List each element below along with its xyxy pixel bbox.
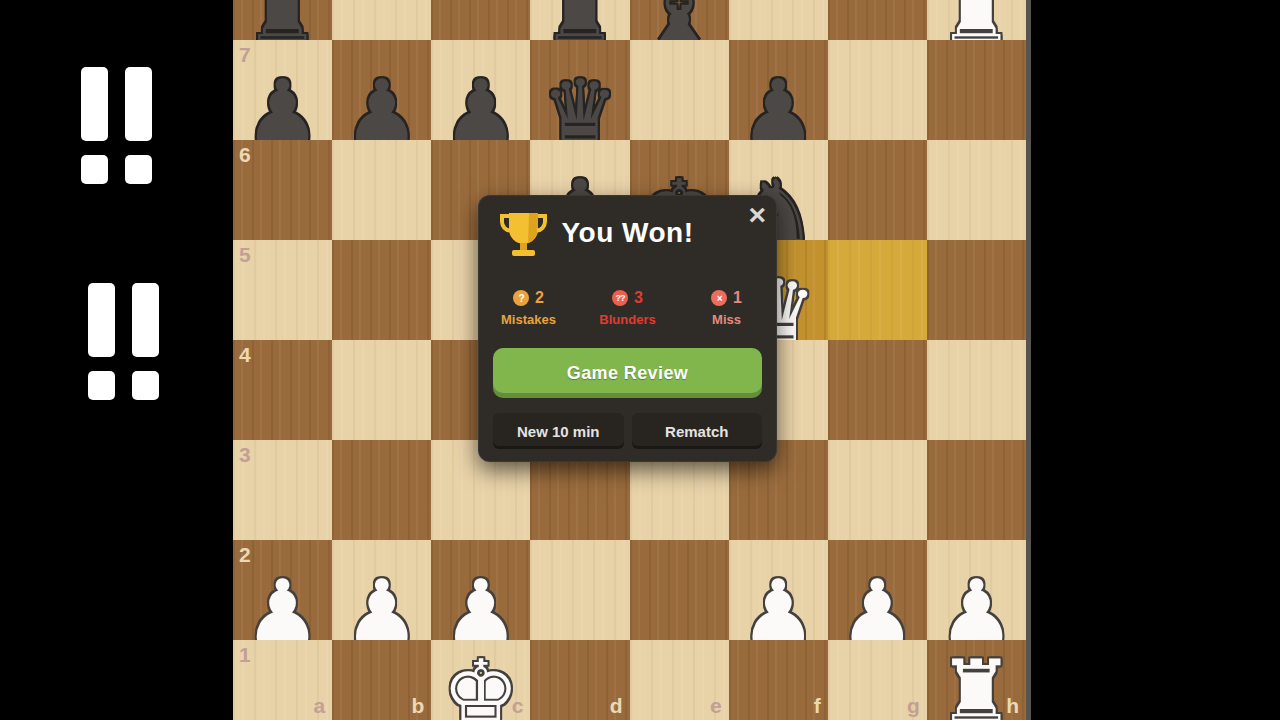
square-a7[interactable]: ♟7	[233, 40, 332, 140]
rank-label-7: 7	[239, 44, 251, 65]
square-e1[interactable]: e	[630, 640, 729, 720]
square-b2[interactable]: ♟	[332, 540, 431, 640]
square-f7[interactable]: ♟	[729, 40, 828, 140]
square-b1[interactable]: b	[332, 640, 431, 720]
rank-label-1: 1	[239, 644, 251, 665]
square-f2[interactable]: ♟	[729, 540, 828, 640]
rank-label-2: 2	[239, 544, 251, 565]
rank-label-5: 5	[239, 244, 251, 265]
rank-label-3: 3	[239, 444, 251, 465]
square-h5[interactable]	[927, 240, 1026, 340]
square-h4[interactable]	[927, 340, 1026, 440]
brilliant-move-icon	[33, 42, 199, 208]
square-g1[interactable]: g	[828, 640, 927, 720]
blunder-icon: ??	[612, 290, 628, 306]
square-a5[interactable]: 5	[233, 240, 332, 340]
double-exclamation-icon	[88, 283, 159, 400]
brilliant-move-icon	[36, 254, 210, 428]
game-over-dialog: You Won! × ? 2 Mistakes ?? 3 Blunders ×	[478, 195, 777, 462]
stat-blunders: ?? 3 Blunders	[578, 289, 677, 327]
square-c7[interactable]: ♟	[431, 40, 530, 140]
close-icon[interactable]: ×	[748, 198, 766, 231]
square-f1[interactable]: f	[729, 640, 828, 720]
square-b3[interactable]	[332, 440, 431, 540]
square-e8[interactable]: ♝	[630, 0, 729, 40]
rank-label-6: 6	[239, 144, 251, 165]
square-g3[interactable]	[828, 440, 927, 540]
square-a8[interactable]: ♜	[233, 0, 332, 40]
mistakes-count: 2	[535, 289, 544, 307]
square-a2[interactable]: ♟2	[233, 540, 332, 640]
blunders-label: Blunders	[599, 312, 655, 327]
square-b4[interactable]	[332, 340, 431, 440]
mistake-icon: ?	[513, 290, 529, 306]
file-label-h: h	[1006, 695, 1019, 716]
square-h1[interactable]: ♜h	[927, 640, 1026, 720]
square-h6[interactable]	[927, 140, 1026, 240]
piece-white-king-c1[interactable]: ♚	[442, 648, 519, 720]
square-h7[interactable]	[927, 40, 1026, 140]
square-f8[interactable]	[729, 0, 828, 40]
square-g2[interactable]: ♟	[828, 540, 927, 640]
square-h2[interactable]: ♟	[927, 540, 1026, 640]
double-exclamation-icon	[81, 67, 152, 184]
blunders-count: 3	[634, 289, 643, 307]
square-g5[interactable]	[828, 240, 927, 340]
square-b8[interactable]	[332, 0, 431, 40]
miss-count: 1	[733, 289, 742, 307]
file-label-a: a	[313, 695, 325, 716]
miss-icon: ×	[711, 290, 727, 306]
miss-label: Miss	[712, 312, 741, 327]
square-a6[interactable]: 6	[233, 140, 332, 240]
game-review-button[interactable]: Game Review	[493, 348, 762, 398]
square-e7[interactable]	[630, 40, 729, 140]
mistakes-label: Mistakes	[501, 312, 556, 327]
rank-label-4: 4	[239, 344, 251, 365]
page: ♜♜♝♜♟7♟♟♛♟6♟♚♞5♛43♟2♟♟♟♟♟1ab♚cdefg♜h You…	[0, 0, 1280, 720]
square-h8[interactable]: ♜	[927, 0, 1026, 40]
square-c8[interactable]	[431, 0, 530, 40]
square-a1[interactable]: 1a	[233, 640, 332, 720]
square-g7[interactable]	[828, 40, 927, 140]
square-d2[interactable]	[530, 540, 629, 640]
square-b5[interactable]	[332, 240, 431, 340]
square-b6[interactable]	[332, 140, 431, 240]
square-a4[interactable]: 4	[233, 340, 332, 440]
square-d8[interactable]: ♜	[530, 0, 629, 40]
square-b7[interactable]: ♟	[332, 40, 431, 140]
board-right-edge	[1026, 0, 1031, 720]
stat-mistakes: ? 2 Mistakes	[479, 289, 578, 327]
square-d7[interactable]: ♛	[530, 40, 629, 140]
square-c2[interactable]: ♟	[431, 540, 530, 640]
square-d1[interactable]: d	[530, 640, 629, 720]
square-a3[interactable]: 3	[233, 440, 332, 540]
square-g6[interactable]	[828, 140, 927, 240]
accuracy-stats: ? 2 Mistakes ?? 3 Blunders × 1 Miss	[479, 289, 776, 327]
file-label-f: f	[814, 695, 821, 716]
file-label-d: d	[610, 695, 623, 716]
square-h3[interactable]	[927, 440, 1026, 540]
file-label-b: b	[411, 695, 424, 716]
square-c1[interactable]: ♚c	[431, 640, 530, 720]
file-label-e: e	[710, 695, 722, 716]
file-label-g: g	[907, 695, 920, 716]
new-10-min-button[interactable]: New 10 min	[493, 413, 624, 449]
square-g4[interactable]	[828, 340, 927, 440]
square-e2[interactable]	[630, 540, 729, 640]
piece-white-rook-h1[interactable]: ♜	[938, 648, 1015, 720]
file-label-c: c	[512, 695, 524, 716]
rematch-button[interactable]: Rematch	[632, 413, 763, 449]
stat-miss: × 1 Miss	[677, 289, 776, 327]
dialog-title: You Won!	[479, 217, 776, 249]
square-g8[interactable]	[828, 0, 927, 40]
